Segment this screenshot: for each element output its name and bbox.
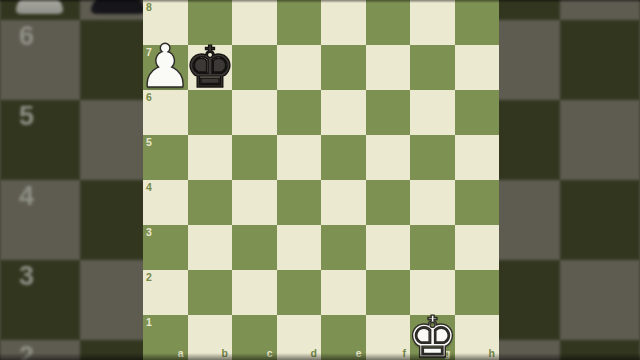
square-a7[interactable]: 7♟ (143, 45, 188, 90)
square-d8[interactable] (277, 0, 322, 45)
square-d7[interactable] (277, 45, 322, 90)
square-f7[interactable] (366, 45, 411, 90)
bg-rank-label-5: 5 (19, 103, 34, 130)
square-h6[interactable] (455, 90, 500, 135)
square-e1[interactable]: e (321, 315, 366, 360)
square-h4[interactable] (455, 180, 500, 225)
file-label-h: h (489, 348, 495, 359)
square-a4[interactable]: 4 (143, 180, 188, 225)
rank-label-8: 8 (146, 2, 152, 13)
black-king-b7[interactable]: ♚ (188, 45, 233, 90)
square-b4[interactable] (188, 180, 233, 225)
square-h7[interactable] (455, 45, 500, 90)
bg-rank-label-6: 6 (19, 23, 34, 50)
square-b7[interactable]: ♚ (188, 45, 233, 90)
square-e8[interactable] (321, 0, 366, 45)
square-c4[interactable] (232, 180, 277, 225)
square-h5[interactable] (455, 135, 500, 180)
square-g3[interactable] (410, 225, 455, 270)
square-d2[interactable] (277, 270, 322, 315)
square-b3[interactable] (188, 225, 233, 270)
file-label-a: a (178, 348, 184, 359)
file-label-c: c (267, 348, 273, 359)
square-c8[interactable] (232, 0, 277, 45)
square-e6[interactable] (321, 90, 366, 135)
square-a5[interactable]: 5 (143, 135, 188, 180)
square-d5[interactable] (277, 135, 322, 180)
square-g7[interactable] (410, 45, 455, 90)
square-h8[interactable] (455, 0, 500, 45)
square-b1[interactable]: b (188, 315, 233, 360)
blurred-white-pawn-silhouette (16, 0, 63, 14)
bg-rank-label-2: 2 (19, 343, 34, 360)
square-d4[interactable] (277, 180, 322, 225)
blurred-black-king-silhouette (91, 0, 145, 14)
square-f4[interactable] (366, 180, 411, 225)
square-a2[interactable]: 2 (143, 270, 188, 315)
square-a1[interactable]: 1a (143, 315, 188, 360)
square-f1[interactable]: f (366, 315, 411, 360)
square-g1[interactable]: g♚ (410, 315, 455, 360)
square-f6[interactable] (366, 90, 411, 135)
square-c6[interactable] (232, 90, 277, 135)
file-label-f: f (403, 348, 407, 359)
rank-label-1: 1 (146, 317, 152, 328)
rank-label-4: 4 (146, 182, 152, 193)
square-g8[interactable] (410, 0, 455, 45)
square-c5[interactable] (232, 135, 277, 180)
rank-label-2: 2 (146, 272, 152, 283)
square-g4[interactable] (410, 180, 455, 225)
square-c1[interactable]: c (232, 315, 277, 360)
square-h1[interactable]: h (455, 315, 500, 360)
rank-label-3: 3 (146, 227, 152, 238)
square-d6[interactable] (277, 90, 322, 135)
square-e3[interactable] (321, 225, 366, 270)
square-e7[interactable] (321, 45, 366, 90)
square-h3[interactable] (455, 225, 500, 270)
white-king-g1[interactable]: ♚ (410, 315, 455, 360)
square-d1[interactable]: d (277, 315, 322, 360)
square-g5[interactable] (410, 135, 455, 180)
white-pawn-a7[interactable]: ♟ (143, 45, 188, 90)
square-d3[interactable] (277, 225, 322, 270)
square-b5[interactable] (188, 135, 233, 180)
square-e4[interactable] (321, 180, 366, 225)
square-e5[interactable] (321, 135, 366, 180)
video-frame: 65432 87♟♚654321abcdefg♚h (0, 0, 640, 360)
chess-board: 87♟♚654321abcdefg♚h (143, 0, 499, 360)
bg-rank-label-4: 4 (19, 183, 34, 210)
rank-label-5: 5 (146, 137, 152, 148)
square-c2[interactable] (232, 270, 277, 315)
square-b2[interactable] (188, 270, 233, 315)
square-a3[interactable]: 3 (143, 225, 188, 270)
file-label-b: b (222, 348, 228, 359)
square-c3[interactable] (232, 225, 277, 270)
square-f8[interactable] (366, 0, 411, 45)
square-c7[interactable] (232, 45, 277, 90)
square-h2[interactable] (455, 270, 500, 315)
file-label-d: d (311, 348, 317, 359)
square-g6[interactable] (410, 90, 455, 135)
square-f2[interactable] (366, 270, 411, 315)
file-label-e: e (356, 348, 362, 359)
bg-rank-label-3: 3 (19, 263, 34, 290)
square-e2[interactable] (321, 270, 366, 315)
square-f5[interactable] (366, 135, 411, 180)
square-f3[interactable] (366, 225, 411, 270)
